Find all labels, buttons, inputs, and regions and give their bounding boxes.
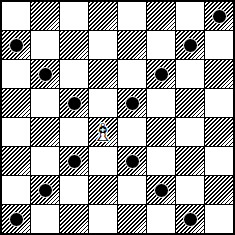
square-h7	[205, 31, 233, 59]
square-f5	[147, 89, 175, 117]
square-c6	[60, 60, 88, 88]
square-h8	[205, 2, 233, 30]
square-g3	[176, 147, 204, 175]
square-b3	[31, 147, 59, 175]
square-d6	[89, 60, 117, 88]
square-f8	[147, 2, 175, 30]
square-e6	[118, 60, 146, 88]
white-bishop-icon: ♗	[89, 118, 117, 146]
square-e1	[118, 205, 146, 233]
square-c2	[60, 176, 88, 204]
square-d4: ♝♗	[89, 118, 117, 146]
square-d7	[89, 31, 117, 59]
square-a8	[2, 2, 30, 30]
move-marker-g1	[183, 212, 198, 227]
square-g7	[176, 31, 204, 59]
square-f6	[147, 60, 175, 88]
square-c8	[60, 2, 88, 30]
square-f1	[147, 205, 175, 233]
square-e4	[118, 118, 146, 146]
square-b6	[31, 60, 59, 88]
move-marker-e5	[125, 96, 140, 111]
white-bishop-fill: ♝	[89, 118, 117, 146]
square-a4	[2, 118, 30, 146]
square-g2	[176, 176, 204, 204]
square-g6	[176, 60, 204, 88]
square-b7	[31, 31, 59, 59]
move-marker-c3	[67, 154, 82, 169]
square-f7	[147, 31, 175, 59]
square-e5	[118, 89, 146, 117]
square-e8	[118, 2, 146, 30]
square-c5	[60, 89, 88, 117]
square-g5	[176, 89, 204, 117]
square-g4	[176, 118, 204, 146]
square-f3	[147, 147, 175, 175]
square-b2	[31, 176, 59, 204]
square-d2	[89, 176, 117, 204]
square-h6	[205, 60, 233, 88]
square-a2	[2, 176, 30, 204]
square-a3	[2, 147, 30, 175]
square-e3	[118, 147, 146, 175]
square-a5	[2, 89, 30, 117]
square-c7	[60, 31, 88, 59]
move-marker-a1	[9, 212, 24, 227]
move-marker-g7	[183, 38, 198, 53]
square-d1	[89, 205, 117, 233]
square-h4	[205, 118, 233, 146]
square-d3	[89, 147, 117, 175]
square-b5	[31, 89, 59, 117]
square-h1	[205, 205, 233, 233]
square-g1	[176, 205, 204, 233]
square-d8	[89, 2, 117, 30]
square-b4	[31, 118, 59, 146]
square-h3	[205, 147, 233, 175]
chess-board: ♝♗	[0, 0, 235, 235]
move-marker-b6	[38, 67, 53, 82]
move-marker-e3	[125, 154, 140, 169]
square-e2	[118, 176, 146, 204]
move-marker-h8	[212, 9, 227, 24]
square-b1	[31, 205, 59, 233]
square-h5	[205, 89, 233, 117]
square-d5	[89, 89, 117, 117]
move-marker-b2	[38, 183, 53, 198]
move-marker-c5	[67, 96, 82, 111]
square-e7	[118, 31, 146, 59]
square-f4	[147, 118, 175, 146]
move-marker-a7	[9, 38, 24, 53]
square-h2	[205, 176, 233, 204]
square-a6	[2, 60, 30, 88]
square-c1	[60, 205, 88, 233]
square-c4	[60, 118, 88, 146]
square-a1	[2, 205, 30, 233]
square-f2	[147, 176, 175, 204]
square-a7	[2, 31, 30, 59]
move-marker-f2	[154, 183, 169, 198]
square-g8	[176, 2, 204, 30]
square-c3	[60, 147, 88, 175]
square-b8	[31, 2, 59, 30]
move-marker-f6	[154, 67, 169, 82]
